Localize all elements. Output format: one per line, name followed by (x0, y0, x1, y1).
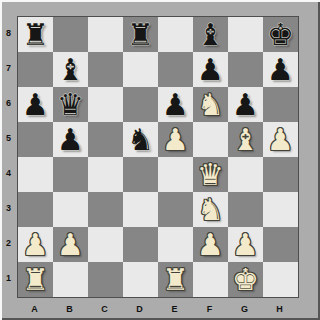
square-b6[interactable]: ♛ (53, 87, 88, 122)
square-g7[interactable] (228, 52, 263, 87)
piece-black-pawn[interactable]: ♟ (228, 87, 263, 122)
square-e1[interactable]: ♜ (158, 262, 193, 297)
square-a6[interactable]: ♟ (18, 87, 53, 122)
square-a8[interactable]: ♜ (18, 17, 53, 52)
square-f8[interactable]: ♝ (193, 17, 228, 52)
square-e5[interactable]: ♟ (158, 122, 193, 157)
chess-board: ♜♜♝♚♝♟♟♟♛♟♞♟♟♞♟♝♟♛♞♟♟♟♟♜♜♚ (17, 16, 299, 298)
square-e6[interactable]: ♟ (158, 87, 193, 122)
square-a7[interactable] (18, 52, 53, 87)
square-b3[interactable] (53, 192, 88, 227)
square-c5[interactable] (88, 122, 123, 157)
rank-label-4: 4 (1, 156, 16, 191)
rank-label-3: 3 (1, 191, 16, 226)
square-h5[interactable]: ♟ (263, 122, 298, 157)
square-e4[interactable] (158, 157, 193, 192)
square-d2[interactable] (123, 227, 158, 262)
square-d3[interactable] (123, 192, 158, 227)
square-a1[interactable]: ♜ (18, 262, 53, 297)
square-c3[interactable] (88, 192, 123, 227)
square-g8[interactable] (228, 17, 263, 52)
square-d1[interactable] (123, 262, 158, 297)
square-g3[interactable] (228, 192, 263, 227)
piece-white-pawn[interactable]: ♟ (18, 227, 53, 262)
square-e3[interactable] (158, 192, 193, 227)
file-label-b: B (52, 300, 87, 318)
square-f3[interactable]: ♞ (193, 192, 228, 227)
square-b8[interactable] (53, 17, 88, 52)
square-c8[interactable] (88, 17, 123, 52)
square-b1[interactable] (53, 262, 88, 297)
square-h7[interactable]: ♟ (263, 52, 298, 87)
piece-black-rook[interactable]: ♜ (18, 17, 53, 52)
square-c7[interactable] (88, 52, 123, 87)
square-h8[interactable]: ♚ (263, 17, 298, 52)
file-label-a: A (17, 300, 52, 318)
piece-black-pawn[interactable]: ♟ (193, 52, 228, 87)
piece-black-king[interactable]: ♚ (263, 17, 298, 52)
square-a5[interactable] (18, 122, 53, 157)
square-a4[interactable] (18, 157, 53, 192)
square-d6[interactable] (123, 87, 158, 122)
piece-white-knight[interactable]: ♞ (193, 192, 228, 227)
piece-black-rook[interactable]: ♜ (123, 17, 158, 52)
piece-white-rook[interactable]: ♜ (18, 262, 53, 297)
piece-white-pawn[interactable]: ♟ (263, 122, 298, 157)
piece-white-rook[interactable]: ♜ (158, 262, 193, 297)
rank-label-6: 6 (1, 86, 16, 121)
square-b5[interactable]: ♟ (53, 122, 88, 157)
square-a3[interactable] (18, 192, 53, 227)
square-d8[interactable]: ♜ (123, 17, 158, 52)
square-f2[interactable]: ♟ (193, 227, 228, 262)
rank-label-7: 7 (1, 51, 16, 86)
piece-black-pawn[interactable]: ♟ (53, 122, 88, 157)
square-g1[interactable]: ♚ (228, 262, 263, 297)
piece-black-knight[interactable]: ♞ (123, 122, 158, 157)
board-frame: ♜♜♝♚♝♟♟♟♛♟♞♟♟♞♟♝♟♛♞♟♟♟♟♜♜♚ 87654321ABCDE… (0, 0, 320, 320)
square-g6[interactable]: ♟ (228, 87, 263, 122)
piece-black-pawn[interactable]: ♟ (158, 87, 193, 122)
square-f1[interactable] (193, 262, 228, 297)
square-c6[interactable] (88, 87, 123, 122)
square-d4[interactable] (123, 157, 158, 192)
square-f6[interactable]: ♞ (193, 87, 228, 122)
square-g2[interactable]: ♟ (228, 227, 263, 262)
piece-white-pawn[interactable]: ♟ (228, 227, 263, 262)
piece-white-queen[interactable]: ♛ (193, 157, 228, 192)
piece-black-bishop[interactable]: ♝ (193, 17, 228, 52)
piece-white-king[interactable]: ♚ (228, 262, 263, 297)
square-c4[interactable] (88, 157, 123, 192)
piece-black-bishop[interactable]: ♝ (53, 52, 88, 87)
square-h6[interactable] (263, 87, 298, 122)
square-g5[interactable]: ♝ (228, 122, 263, 157)
square-h3[interactable] (263, 192, 298, 227)
rank-label-1: 1 (1, 261, 16, 296)
square-f4[interactable]: ♛ (193, 157, 228, 192)
piece-black-pawn[interactable]: ♟ (263, 52, 298, 87)
piece-black-queen[interactable]: ♛ (53, 87, 88, 122)
square-e8[interactable] (158, 17, 193, 52)
piece-white-pawn[interactable]: ♟ (193, 227, 228, 262)
square-d7[interactable] (123, 52, 158, 87)
rank-label-2: 2 (1, 226, 16, 261)
file-label-f: F (192, 300, 227, 318)
rank-label-8: 8 (1, 16, 16, 51)
rank-label-5: 5 (1, 121, 16, 156)
piece-white-knight[interactable]: ♞ (193, 87, 228, 122)
piece-white-bishop[interactable]: ♝ (228, 122, 263, 157)
file-label-g: G (227, 300, 262, 318)
square-h2[interactable] (263, 227, 298, 262)
square-e2[interactable] (158, 227, 193, 262)
square-c2[interactable] (88, 227, 123, 262)
square-b4[interactable] (53, 157, 88, 192)
square-g4[interactable] (228, 157, 263, 192)
square-a2[interactable]: ♟ (18, 227, 53, 262)
file-label-c: C (87, 300, 122, 318)
file-label-d: D (122, 300, 157, 318)
square-b7[interactable]: ♝ (53, 52, 88, 87)
square-h1[interactable] (263, 262, 298, 297)
square-f7[interactable]: ♟ (193, 52, 228, 87)
square-d5[interactable]: ♞ (123, 122, 158, 157)
file-label-h: H (262, 300, 297, 318)
piece-white-pawn[interactable]: ♟ (158, 122, 193, 157)
piece-white-pawn[interactable]: ♟ (53, 227, 88, 262)
square-c1[interactable] (88, 262, 123, 297)
square-e7[interactable] (158, 52, 193, 87)
square-b2[interactable]: ♟ (53, 227, 88, 262)
square-f5[interactable] (193, 122, 228, 157)
file-label-e: E (157, 300, 192, 318)
piece-black-pawn[interactable]: ♟ (18, 87, 53, 122)
square-h4[interactable] (263, 157, 298, 192)
